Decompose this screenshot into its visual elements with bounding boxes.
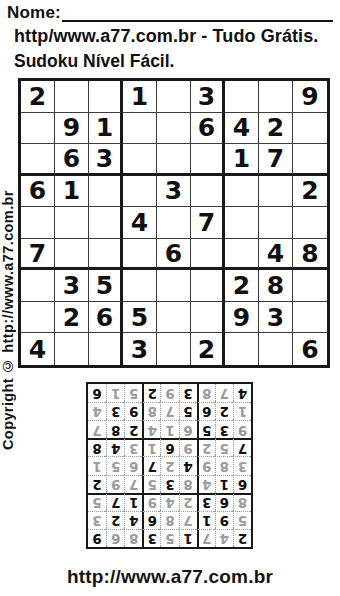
solution-cell-r8c8: 3 [106, 402, 124, 420]
solution-cell-r9c2: 7 [215, 384, 233, 402]
cell-r3c5[interactable] [157, 144, 191, 176]
cell-r2c9[interactable] [293, 113, 327, 145]
solution-cell-r6c3: 2 [197, 438, 215, 456]
cell-r7c9[interactable] [293, 270, 327, 302]
cell-r8c9[interactable] [293, 302, 327, 334]
cell-r8c2: 2 [55, 302, 89, 334]
solution-cell-r7c2: 3 [215, 420, 233, 438]
header-site-line: http/www.a77.com.br - Tudo Grátis. [14, 26, 318, 47]
cell-r1c7[interactable] [225, 81, 259, 113]
cell-r7c8: 8 [259, 270, 293, 302]
solution-cell-r4c5: 3 [160, 475, 178, 493]
cell-r2c5[interactable] [157, 113, 191, 145]
solution-cell-r4c7: 7 [124, 475, 142, 493]
cell-r9c7[interactable] [225, 333, 259, 365]
cell-r7c2: 3 [55, 270, 89, 302]
cell-r1c9: 9 [293, 81, 327, 113]
solution-cell-r3c1: 8 [233, 493, 251, 511]
solution-cell-r2c3: 1 [197, 511, 215, 529]
solution-cell-r8c5: 7 [160, 402, 178, 420]
solution-cell-r9c6: 2 [142, 384, 160, 402]
cell-r7c4[interactable] [123, 270, 157, 302]
solution-cell-r1c7: 8 [124, 529, 142, 547]
solution-cell-r7c5: 1 [160, 420, 178, 438]
solution-cell-r5c9: 1 [88, 456, 106, 474]
cell-r1c3[interactable] [89, 81, 123, 113]
cell-r3c7: 1 [225, 144, 259, 176]
cell-r1c2[interactable] [55, 81, 89, 113]
solution-cell-r2c5: 8 [160, 511, 178, 529]
name-row: Nome: [7, 3, 333, 23]
solution-cell-r7c3: 5 [197, 420, 215, 438]
solution-cell-r3c9: 5 [88, 493, 106, 511]
cell-r8c8: 3 [259, 302, 293, 334]
solution-cell-r8c1: 1 [233, 402, 251, 420]
solution-cell-r9c3: 8 [197, 384, 215, 402]
solution-cell-r8c6: 8 [142, 402, 160, 420]
cell-r4c1: 6 [21, 176, 55, 208]
solution-cell-r7c6: 4 [142, 420, 160, 438]
cell-r9c9: 6 [293, 333, 327, 365]
solution-cell-r5c4: 4 [179, 456, 197, 474]
cell-r1c6: 3 [191, 81, 225, 113]
solution-cell-r8c3: 6 [197, 402, 215, 420]
cell-r4c9: 2 [293, 176, 327, 208]
cell-r5c3[interactable] [89, 207, 123, 239]
solution-cell-r5c7: 6 [124, 456, 142, 474]
solution-cell-r2c6: 6 [142, 511, 160, 529]
page-title: Sudoku Nível Fácil. [14, 51, 174, 72]
cell-r1c1: 2 [21, 81, 55, 113]
cell-r7c3: 5 [89, 270, 123, 302]
copyright-vertical-text: Copyright © http://www.a77.com.br [0, 84, 17, 450]
solution-cell-r4c2: 1 [215, 475, 233, 493]
cell-r4c7[interactable] [225, 176, 259, 208]
name-label: Nome: [7, 3, 61, 22]
solution-grid: 2471538695917864238632491756148357923894… [86, 382, 253, 549]
cell-r5c6: 7 [191, 207, 225, 239]
cell-r7c5[interactable] [157, 270, 191, 302]
cell-r8c5[interactable] [157, 302, 191, 334]
solution-cell-r6c4: 9 [179, 438, 197, 456]
cell-r9c1: 4 [21, 333, 55, 365]
solution-cell-r6c9: 8 [88, 438, 106, 456]
cell-r2c7: 4 [225, 113, 259, 145]
solution-cell-r6c8: 4 [106, 438, 124, 456]
solution-cell-r3c6: 9 [142, 493, 160, 511]
cell-r3c6[interactable] [191, 144, 225, 176]
solution-cell-r1c4: 1 [179, 529, 197, 547]
solution-cell-r2c9: 3 [88, 511, 106, 529]
cell-r8c7: 9 [225, 302, 259, 334]
cell-r5c7[interactable] [225, 207, 259, 239]
solution-cell-r2c7: 4 [124, 511, 142, 529]
cell-r3c3: 3 [89, 144, 123, 176]
cell-r6c3[interactable] [89, 239, 123, 271]
cell-r8c6[interactable] [191, 302, 225, 334]
cell-r2c2: 9 [55, 113, 89, 145]
cell-r1c5[interactable] [157, 81, 191, 113]
cell-r4c3[interactable] [89, 176, 123, 208]
cell-r5c2[interactable] [55, 207, 89, 239]
solution-cell-r9c5: 9 [160, 384, 178, 402]
solution-cell-r3c5: 4 [160, 493, 178, 511]
solution-cell-r8c4: 5 [179, 402, 197, 420]
solution-cell-r3c3: 3 [197, 493, 215, 511]
solution-cell-r6c7: 3 [124, 438, 142, 456]
solution-cell-r7c9: 7 [88, 420, 106, 438]
solution-cell-r8c7: 9 [124, 402, 142, 420]
solution-cell-r9c8: 1 [106, 384, 124, 402]
solution-cell-r6c5: 6 [160, 438, 178, 456]
solution-cell-r5c5: 2 [160, 456, 178, 474]
cell-r9c2[interactable] [55, 333, 89, 365]
cell-r1c4: 1 [123, 81, 157, 113]
solution-cell-r1c3: 7 [197, 529, 215, 547]
solution-cell-r3c4: 2 [179, 493, 197, 511]
cell-r4c2: 1 [55, 176, 89, 208]
cell-r4c5: 3 [157, 176, 191, 208]
solution-cell-r1c6: 3 [142, 529, 160, 547]
solution-cell-r8c2: 2 [215, 402, 233, 420]
solution-cell-r3c7: 1 [124, 493, 142, 511]
cell-r4c4[interactable] [123, 176, 157, 208]
cell-r6c7[interactable] [225, 239, 259, 271]
cell-r9c8[interactable] [259, 333, 293, 365]
solution-cell-r2c1: 5 [233, 511, 251, 529]
solution-cell-r2c4: 7 [179, 511, 197, 529]
solution-cell-r6c6: 1 [142, 438, 160, 456]
cell-r6c6[interactable] [191, 239, 225, 271]
name-blank-line [62, 20, 333, 22]
cell-r7c7: 2 [225, 270, 259, 302]
cell-r6c9: 8 [293, 239, 327, 271]
solution-cell-r1c9: 9 [88, 529, 106, 547]
cell-r3c9[interactable] [293, 144, 327, 176]
solution-cell-r3c2: 6 [215, 493, 233, 511]
cell-r9c4: 3 [123, 333, 157, 365]
solution-cell-r5c1: 3 [233, 456, 251, 474]
solution-cell-r6c1: 7 [233, 438, 251, 456]
solution-cell-r5c8: 5 [106, 456, 124, 474]
cell-r9c6: 2 [191, 333, 225, 365]
cell-r8c4: 5 [123, 302, 157, 334]
solution-cell-r7c8: 8 [106, 420, 124, 438]
cell-r2c4[interactable] [123, 113, 157, 145]
solution-cell-r1c8: 6 [106, 529, 124, 547]
cell-r6c4[interactable] [123, 239, 157, 271]
cell-r5c9[interactable] [293, 207, 327, 239]
solution-cell-r8c9: 4 [88, 402, 106, 420]
cell-r3c8: 7 [259, 144, 293, 176]
solution-cell-r1c1: 2 [233, 529, 251, 547]
cell-r3c4[interactable] [123, 144, 157, 176]
solution-cell-r4c9: 2 [88, 475, 106, 493]
solution-cell-r7c4: 6 [179, 420, 197, 438]
cell-r5c4: 4 [123, 207, 157, 239]
cell-r4c8[interactable] [259, 176, 293, 208]
solution-cell-r4c3: 4 [197, 475, 215, 493]
footer-url: http://www.a77.com.br [0, 566, 340, 588]
cell-r9c5[interactable] [157, 333, 191, 365]
solution-cell-r5c2: 8 [215, 456, 233, 474]
cell-r6c5: 6 [157, 239, 191, 271]
solution-cell-r4c6: 5 [142, 475, 160, 493]
cell-r3c1[interactable] [21, 144, 55, 176]
solution-cell-r4c4: 8 [179, 475, 197, 493]
cell-r5c1[interactable] [21, 207, 55, 239]
cell-r2c6: 6 [191, 113, 225, 145]
cell-r7c6[interactable] [191, 270, 225, 302]
cell-r2c8: 2 [259, 113, 293, 145]
cell-r9c3[interactable] [89, 333, 123, 365]
solution-cell-r4c8: 9 [106, 475, 124, 493]
cell-r2c3: 1 [89, 113, 123, 145]
solution-cell-r5c6: 7 [142, 456, 160, 474]
cell-r3c2: 6 [55, 144, 89, 176]
solution-cell-r2c8: 2 [106, 511, 124, 529]
cell-r4c6[interactable] [191, 176, 225, 208]
solution-cell-r9c4: 3 [179, 384, 197, 402]
solution-cell-r1c5: 5 [160, 529, 178, 547]
cell-r8c3: 6 [89, 302, 123, 334]
solution-cell-r9c1: 4 [233, 384, 251, 402]
solution-cell-r9c9: 6 [88, 384, 106, 402]
solution-cell-r3c8: 7 [106, 493, 124, 511]
cell-r6c8: 4 [259, 239, 293, 271]
cell-r8c1[interactable] [21, 302, 55, 334]
cell-r5c8[interactable] [259, 207, 293, 239]
cell-r1c8[interactable] [259, 81, 293, 113]
cell-r5c5[interactable] [157, 207, 191, 239]
solution-cell-r4c1: 6 [233, 475, 251, 493]
cell-r7c1[interactable] [21, 270, 55, 302]
solution-cell-r2c2: 9 [215, 511, 233, 529]
solution-cell-r6c2: 5 [215, 438, 233, 456]
puzzle-grid: 213991642631761324776483528265934326 [18, 78, 330, 368]
solution-cell-r7c1: 9 [233, 420, 251, 438]
solution-cell-r5c3: 9 [197, 456, 215, 474]
solution-cell-r1c2: 4 [215, 529, 233, 547]
cell-r6c2[interactable] [55, 239, 89, 271]
cell-r2c1[interactable] [21, 113, 55, 145]
solution-cell-r9c7: 5 [124, 384, 142, 402]
solution-cell-r7c7: 2 [124, 420, 142, 438]
cell-r6c1: 7 [21, 239, 55, 271]
